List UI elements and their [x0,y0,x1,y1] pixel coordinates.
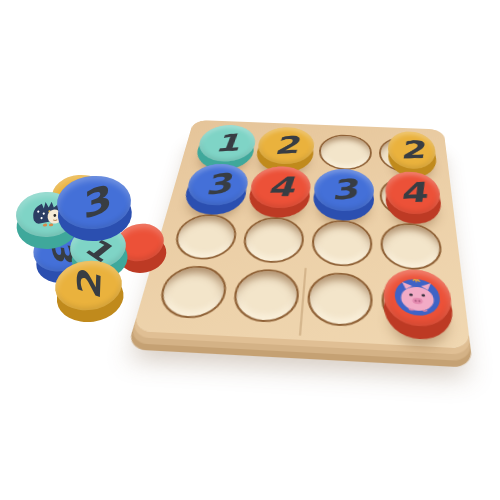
cell-r4c1[interactable] [149,261,235,324]
cell-r2c3[interactable]: 3 [310,171,376,219]
disc-number: 3 [329,175,361,204]
cell-r3c3[interactable] [306,216,377,271]
disc-number: 3 [74,181,114,224]
disc-number: 4 [397,179,430,207]
board-wrap: 1223434 [132,120,470,349]
cell-r2c4[interactable]: 4 [376,174,443,222]
cell-r1c4[interactable]: 2 [375,134,438,177]
cell-r2c1[interactable]: 3 [179,166,252,213]
cell-r3c2[interactable] [235,213,310,268]
recess [318,134,372,171]
disc-number: 2 [273,133,300,158]
disc-number: 4 [267,173,294,200]
disc-number: 2 [397,138,427,163]
recess [171,213,240,261]
cell-r2c2[interactable]: 4 [244,168,313,216]
pig-icon [391,275,445,319]
game-board: 1223434 [132,120,470,349]
cell-r1c2[interactable]: 2 [252,129,317,171]
recess [155,265,230,320]
cell-r4c4[interactable] [377,271,455,336]
cell-r3c1[interactable] [165,210,244,264]
recess [310,219,372,267]
recess [230,268,301,324]
recess [380,222,444,271]
cell-r4c3[interactable] [301,268,378,332]
product-photo: 31 32 1223434 [0,0,500,500]
cell-r1c1[interactable]: 1 [191,127,259,169]
recess [306,271,373,327]
recess [240,216,306,264]
cell-r4c2[interactable] [225,264,306,327]
disc-number: 1 [214,131,239,156]
disc-number: 3 [203,169,233,199]
cell-r3c4[interactable] [376,219,448,275]
disc-number: 2 [72,271,105,300]
cell-r1c3[interactable] [314,131,376,173]
